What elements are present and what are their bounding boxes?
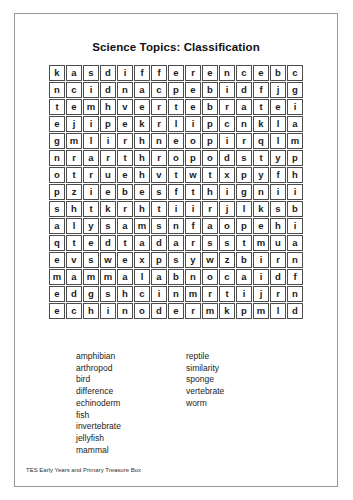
word-list-left-column: amphibianarthropodbirddifferenceechinode… xyxy=(76,351,186,456)
grid-cell-r8c1: p xyxy=(49,184,65,200)
grid-cell-r15c9: r xyxy=(185,303,201,319)
grid-cell-r1c14: b xyxy=(270,65,286,81)
grid-cell-r13c12: a xyxy=(236,269,252,285)
grid-cell-r1c15: c xyxy=(287,65,303,81)
grid-cell-r10c10: a xyxy=(202,218,218,234)
grid-cell-r12c2: v xyxy=(66,252,82,268)
grid-cell-r7c13: y xyxy=(253,167,269,183)
grid-cell-r5c6: h xyxy=(134,133,150,149)
grid-cell-r15c3: h xyxy=(83,303,99,319)
grid-cell-r11c7: d xyxy=(151,235,167,251)
grid-cell-r4c11: c xyxy=(219,116,235,132)
grid-cell-r2c7: c xyxy=(151,82,167,98)
grid-cell-r14c9: m xyxy=(185,286,201,302)
grid-cell-r3c9: e xyxy=(185,99,201,115)
grid-cell-r9c2: h xyxy=(66,201,82,217)
grid-cell-r5c12: r xyxy=(236,133,252,149)
word-list-item: difference xyxy=(76,386,186,398)
grid-cell-r4c5: e xyxy=(117,116,133,132)
grid-cell-r12c10: w xyxy=(202,252,218,268)
grid-cell-r2c9: e xyxy=(185,82,201,98)
grid-cell-r2c2: c xyxy=(66,82,82,98)
grid-cell-r3c10: b xyxy=(202,99,218,115)
grid-cell-r9c6: h xyxy=(134,201,150,217)
grid-cell-r1c1: k xyxy=(49,65,65,81)
grid-cell-r6c1: n xyxy=(49,150,65,166)
grid-cell-r8c12: g xyxy=(236,184,252,200)
grid-cell-r4c10: p xyxy=(202,116,218,132)
grid-cell-r2c3: i xyxy=(83,82,99,98)
grid-cell-r2c6: a xyxy=(134,82,150,98)
grid-cell-r5c15: m xyxy=(287,133,303,149)
grid-cell-r1c6: f xyxy=(134,65,150,81)
grid-cell-r10c7: s xyxy=(151,218,167,234)
grid-cell-r11c13: m xyxy=(253,235,269,251)
grid-cell-r1c11: n xyxy=(219,65,235,81)
grid-cell-r9c15: b xyxy=(287,201,303,217)
grid-cell-r2c8: p xyxy=(168,82,184,98)
grid-cell-r14c7: i xyxy=(151,286,167,302)
grid-cell-r9c12: l xyxy=(236,201,252,217)
grid-cell-r7c12: p xyxy=(236,167,252,183)
grid-cell-r4c13: k xyxy=(253,116,269,132)
worksheet-canvas: Science Topics: Classification kasdiffer… xyxy=(0,0,353,500)
grid-cell-r11c5: t xyxy=(117,235,133,251)
grid-cell-r10c9: f xyxy=(185,218,201,234)
grid-cell-r12c15: n xyxy=(287,252,303,268)
word-list-item: mammal xyxy=(76,445,186,457)
word-list-item: invertebrate xyxy=(76,421,186,433)
grid-cell-r11c3: e xyxy=(83,235,99,251)
grid-cell-r3c13: t xyxy=(253,99,269,115)
grid-cell-r9c7: t xyxy=(151,201,167,217)
grid-cell-r4c9: i xyxy=(185,116,201,132)
grid-cell-r9c13: k xyxy=(253,201,269,217)
grid-cell-r6c8: o xyxy=(168,150,184,166)
grid-cell-r9c14: s xyxy=(270,201,286,217)
grid-cell-r11c11: s xyxy=(219,235,235,251)
grid-cell-r6c3: a xyxy=(83,150,99,166)
grid-cell-r15c11: k xyxy=(219,303,235,319)
grid-cell-r15c12: p xyxy=(236,303,252,319)
word-list-item: amphibian xyxy=(76,351,186,363)
grid-cell-r2c12: d xyxy=(236,82,252,98)
grid-cell-r4c12: n xyxy=(236,116,252,132)
grid-cell-r2c4: d xyxy=(100,82,116,98)
grid-cell-r15c14: l xyxy=(270,303,286,319)
grid-cell-r15c8: e xyxy=(168,303,184,319)
grid-cell-r4c6: k xyxy=(134,116,150,132)
grid-cell-r12c4: w xyxy=(100,252,116,268)
grid-cell-r14c13: j xyxy=(253,286,269,302)
word-list-item: arthropod xyxy=(76,363,186,375)
grid-cell-r14c8: n xyxy=(168,286,184,302)
grid-cell-r10c3: y xyxy=(83,218,99,234)
grid-cell-r13c3: m xyxy=(83,269,99,285)
word-list-item: worm xyxy=(186,398,286,410)
grid-cell-r14c6: c xyxy=(134,286,150,302)
grid-cell-r2c15: g xyxy=(287,82,303,98)
grid-cell-r8c6: e xyxy=(134,184,150,200)
grid-cell-r6c9: p xyxy=(185,150,201,166)
grid-cell-r12c5: e xyxy=(117,252,133,268)
grid-cell-r9c5: r xyxy=(117,201,133,217)
grid-cell-r7c7: v xyxy=(151,167,167,183)
grid-cell-r5c8: e xyxy=(168,133,184,149)
grid-cell-r2c13: f xyxy=(253,82,269,98)
grid-cell-r12c13: i xyxy=(253,252,269,268)
grid-cell-r11c14: u xyxy=(270,235,286,251)
grid-cell-r13c1: m xyxy=(49,269,65,285)
grid-cell-r11c12: t xyxy=(236,235,252,251)
grid-cell-r15c4: i xyxy=(100,303,116,319)
grid-cell-r10c11: o xyxy=(219,218,235,234)
word-search-grid: kasdifferencebcncidnacpebidfjgtemhverteb… xyxy=(49,65,303,319)
grid-cell-r10c12: p xyxy=(236,218,252,234)
word-list-item: vertebrate xyxy=(186,386,286,398)
grid-cell-r7c11: x xyxy=(219,167,235,183)
grid-cell-r14c14: r xyxy=(270,286,286,302)
grid-cell-r6c2: r xyxy=(66,150,82,166)
grid-cell-r14c3: g xyxy=(83,286,99,302)
grid-cell-r10c15: i xyxy=(287,218,303,234)
grid-cell-r11c6: a xyxy=(134,235,150,251)
grid-cell-r7c6: h xyxy=(134,167,150,183)
grid-cell-r14c10: r xyxy=(202,286,218,302)
grid-cell-r6c7: r xyxy=(151,150,167,166)
grid-cell-r2c10: b xyxy=(202,82,218,98)
grid-cell-r11c9: r xyxy=(185,235,201,251)
grid-cell-r1c10: e xyxy=(202,65,218,81)
grid-cell-r11c4: d xyxy=(100,235,116,251)
grid-cell-r14c12: i xyxy=(236,286,252,302)
grid-cell-r11c1: q xyxy=(49,235,65,251)
grid-cell-r1c7: f xyxy=(151,65,167,81)
grid-cell-r5c13: q xyxy=(253,133,269,149)
grid-cell-r6c14: y xyxy=(270,150,286,166)
grid-cell-r14c4: s xyxy=(100,286,116,302)
grid-cell-r10c5: a xyxy=(117,218,133,234)
grid-cell-r4c2: j xyxy=(66,116,82,132)
grid-cell-r10c13: e xyxy=(253,218,269,234)
grid-cell-r12c11: z xyxy=(219,252,235,268)
grid-cell-r1c8: e xyxy=(168,65,184,81)
grid-cell-r9c8: i xyxy=(168,201,184,217)
grid-cell-r12c3: s xyxy=(83,252,99,268)
grid-cell-r9c1: s xyxy=(49,201,65,217)
grid-cell-r6c11: d xyxy=(219,150,235,166)
grid-cell-r15c1: e xyxy=(49,303,65,319)
grid-cell-r5c14: l xyxy=(270,133,286,149)
grid-cell-r15c13: m xyxy=(253,303,269,319)
grid-cell-r1c2: a xyxy=(66,65,82,81)
grid-cell-r7c1: o xyxy=(49,167,65,183)
grid-cell-r11c15: a xyxy=(287,235,303,251)
grid-cell-r13c4: m xyxy=(100,269,116,285)
grid-cell-r9c10: r xyxy=(202,201,218,217)
grid-cell-r1c13: e xyxy=(253,65,269,81)
grid-cell-r5c3: l xyxy=(83,133,99,149)
grid-cell-r9c9: i xyxy=(185,201,201,217)
grid-cell-r6c4: r xyxy=(100,150,116,166)
grid-cell-r13c13: i xyxy=(253,269,269,285)
grid-cell-r10c2: l xyxy=(66,218,82,234)
grid-cell-r3c7: r xyxy=(151,99,167,115)
grid-cell-r7c5: e xyxy=(117,167,133,183)
grid-cell-r4c8: l xyxy=(168,116,184,132)
grid-cell-r5c1: g xyxy=(49,133,65,149)
grid-cell-r4c4: p xyxy=(100,116,116,132)
grid-cell-r14c2: d xyxy=(66,286,82,302)
grid-cell-r8c4: e xyxy=(100,184,116,200)
grid-cell-r1c4: d xyxy=(100,65,116,81)
word-list-item: fish xyxy=(76,410,186,422)
grid-cell-r12c8: s xyxy=(168,252,184,268)
grid-cell-r4c3: i xyxy=(83,116,99,132)
grid-cell-r8c8: f xyxy=(168,184,184,200)
grid-cell-r7c4: u xyxy=(100,167,116,183)
grid-cell-r4c7: r xyxy=(151,116,167,132)
grid-cell-r4c1: e xyxy=(49,116,65,132)
grid-cell-r13c11: c xyxy=(219,269,235,285)
grid-cell-r1c9: r xyxy=(185,65,201,81)
grid-cell-r5c4: i xyxy=(100,133,116,149)
grid-cell-r13c6: l xyxy=(134,269,150,285)
grid-cell-r3c5: v xyxy=(117,99,133,115)
word-list-right-column: reptilesimilarityspongevertebrateworm xyxy=(186,351,286,456)
grid-cell-r7c2: t xyxy=(66,167,82,183)
grid-cell-r5c11: i xyxy=(219,133,235,149)
grid-cell-r6c6: h xyxy=(134,150,150,166)
grid-cell-r8c13: n xyxy=(253,184,269,200)
grid-cell-r2c11: i xyxy=(219,82,235,98)
word-list-item: echinoderm xyxy=(76,398,186,410)
grid-cell-r7c15: h xyxy=(287,167,303,183)
grid-cell-r13c14: d xyxy=(270,269,286,285)
grid-cell-r6c13: t xyxy=(253,150,269,166)
grid-cell-r8c2: z xyxy=(66,184,82,200)
grid-cell-r14c15: n xyxy=(287,286,303,302)
grid-cell-r10c6: m xyxy=(134,218,150,234)
grid-cell-r14c1: e xyxy=(49,286,65,302)
grid-cell-r15c10: m xyxy=(202,303,218,319)
grid-cell-r12c6: x xyxy=(134,252,150,268)
grid-cell-r7c9: w xyxy=(185,167,201,183)
grid-cell-r15c6: o xyxy=(134,303,150,319)
grid-cell-r7c8: t xyxy=(168,167,184,183)
grid-cell-r5c2: m xyxy=(66,133,82,149)
grid-cell-r7c3: r xyxy=(83,167,99,183)
grid-cell-r11c2: t xyxy=(66,235,82,251)
grid-cell-r14c5: h xyxy=(117,286,133,302)
grid-cell-r13c7: a xyxy=(151,269,167,285)
grid-cell-r8c15: i xyxy=(287,184,303,200)
grid-cell-r10c8: n xyxy=(168,218,184,234)
grid-cell-r8c10: h xyxy=(202,184,218,200)
grid-cell-r6c10: o xyxy=(202,150,218,166)
grid-cell-r2c1: n xyxy=(49,82,65,98)
grid-cell-r10c4: s xyxy=(100,218,116,234)
grid-cell-r7c10: t xyxy=(202,167,218,183)
grid-cell-r1c5: i xyxy=(117,65,133,81)
grid-cell-r6c5: t xyxy=(117,150,133,166)
grid-cell-r11c10: s xyxy=(202,235,218,251)
grid-cell-r12c7: p xyxy=(151,252,167,268)
grid-cell-r13c2: a xyxy=(66,269,82,285)
grid-cell-r12c12: b xyxy=(236,252,252,268)
grid-cell-r5c7: n xyxy=(151,133,167,149)
grid-cell-r13c5: a xyxy=(117,269,133,285)
grid-cell-r2c5: n xyxy=(117,82,133,98)
grid-cell-r11c8: a xyxy=(168,235,184,251)
grid-cell-r14c11: t xyxy=(219,286,235,302)
grid-cell-r9c11: j xyxy=(219,201,235,217)
word-list-item: similarity xyxy=(186,363,286,375)
word-list-item: reptile xyxy=(186,351,286,363)
grid-cell-r15c2: c xyxy=(66,303,82,319)
grid-cell-r5c10: p xyxy=(202,133,218,149)
grid-cell-r13c10: o xyxy=(202,269,218,285)
grid-cell-r15c5: n xyxy=(117,303,133,319)
page-title: Science Topics: Classification xyxy=(15,41,337,53)
grid-cell-r12c9: y xyxy=(185,252,201,268)
word-list: amphibianarthropodbirddifferenceechinode… xyxy=(76,351,337,456)
grid-cell-r12c14: r xyxy=(270,252,286,268)
grid-cell-r3c8: t xyxy=(168,99,184,115)
grid-cell-r15c7: d xyxy=(151,303,167,319)
grid-cell-r3c12: a xyxy=(236,99,252,115)
grid-cell-r12c1: e xyxy=(49,252,65,268)
grid-cell-r8c7: s xyxy=(151,184,167,200)
grid-cell-r15c15: d xyxy=(287,303,303,319)
grid-cell-r8c14: i xyxy=(270,184,286,200)
word-list-item: bird xyxy=(76,374,186,386)
grid-cell-r3c11: r xyxy=(219,99,235,115)
grid-cell-r3c2: e xyxy=(66,99,82,115)
grid-cell-r3c15: i xyxy=(287,99,303,115)
footer-credit: TES Early Years and Primary Treasure Box xyxy=(26,467,141,473)
grid-cell-r13c9: n xyxy=(185,269,201,285)
grid-cell-r5c5: r xyxy=(117,133,133,149)
grid-cell-r9c3: t xyxy=(83,201,99,217)
grid-cell-r4c15: a xyxy=(287,116,303,132)
grid-cell-r7c14: f xyxy=(270,167,286,183)
grid-cell-r2c14: j xyxy=(270,82,286,98)
grid-cell-r10c14: h xyxy=(270,218,286,234)
grid-cell-r8c11: i xyxy=(219,184,235,200)
worksheet-page: Science Topics: Classification kasdiffer… xyxy=(14,13,338,487)
grid-cell-r1c12: c xyxy=(236,65,252,81)
grid-cell-r3c14: e xyxy=(270,99,286,115)
grid-cell-r1c3: s xyxy=(83,65,99,81)
grid-cell-r3c6: e xyxy=(134,99,150,115)
grid-cell-r8c5: b xyxy=(117,184,133,200)
grid-cell-r3c4: h xyxy=(100,99,116,115)
grid-cell-r10c1: a xyxy=(49,218,65,234)
word-list-item: sponge xyxy=(186,374,286,386)
grid-cell-r3c3: m xyxy=(83,99,99,115)
grid-cell-r13c8: b xyxy=(168,269,184,285)
grid-cell-r8c9: t xyxy=(185,184,201,200)
word-list-item: jellyfish xyxy=(76,433,186,445)
grid-cell-r4c14: l xyxy=(270,116,286,132)
grid-cell-r9c4: k xyxy=(100,201,116,217)
grid-cell-r8c3: i xyxy=(83,184,99,200)
grid-cell-r6c12: s xyxy=(236,150,252,166)
grid-cell-r3c1: t xyxy=(49,99,65,115)
grid-cell-r6c15: p xyxy=(287,150,303,166)
grid-cell-r13c15: f xyxy=(287,269,303,285)
grid-cell-r5c9: o xyxy=(185,133,201,149)
